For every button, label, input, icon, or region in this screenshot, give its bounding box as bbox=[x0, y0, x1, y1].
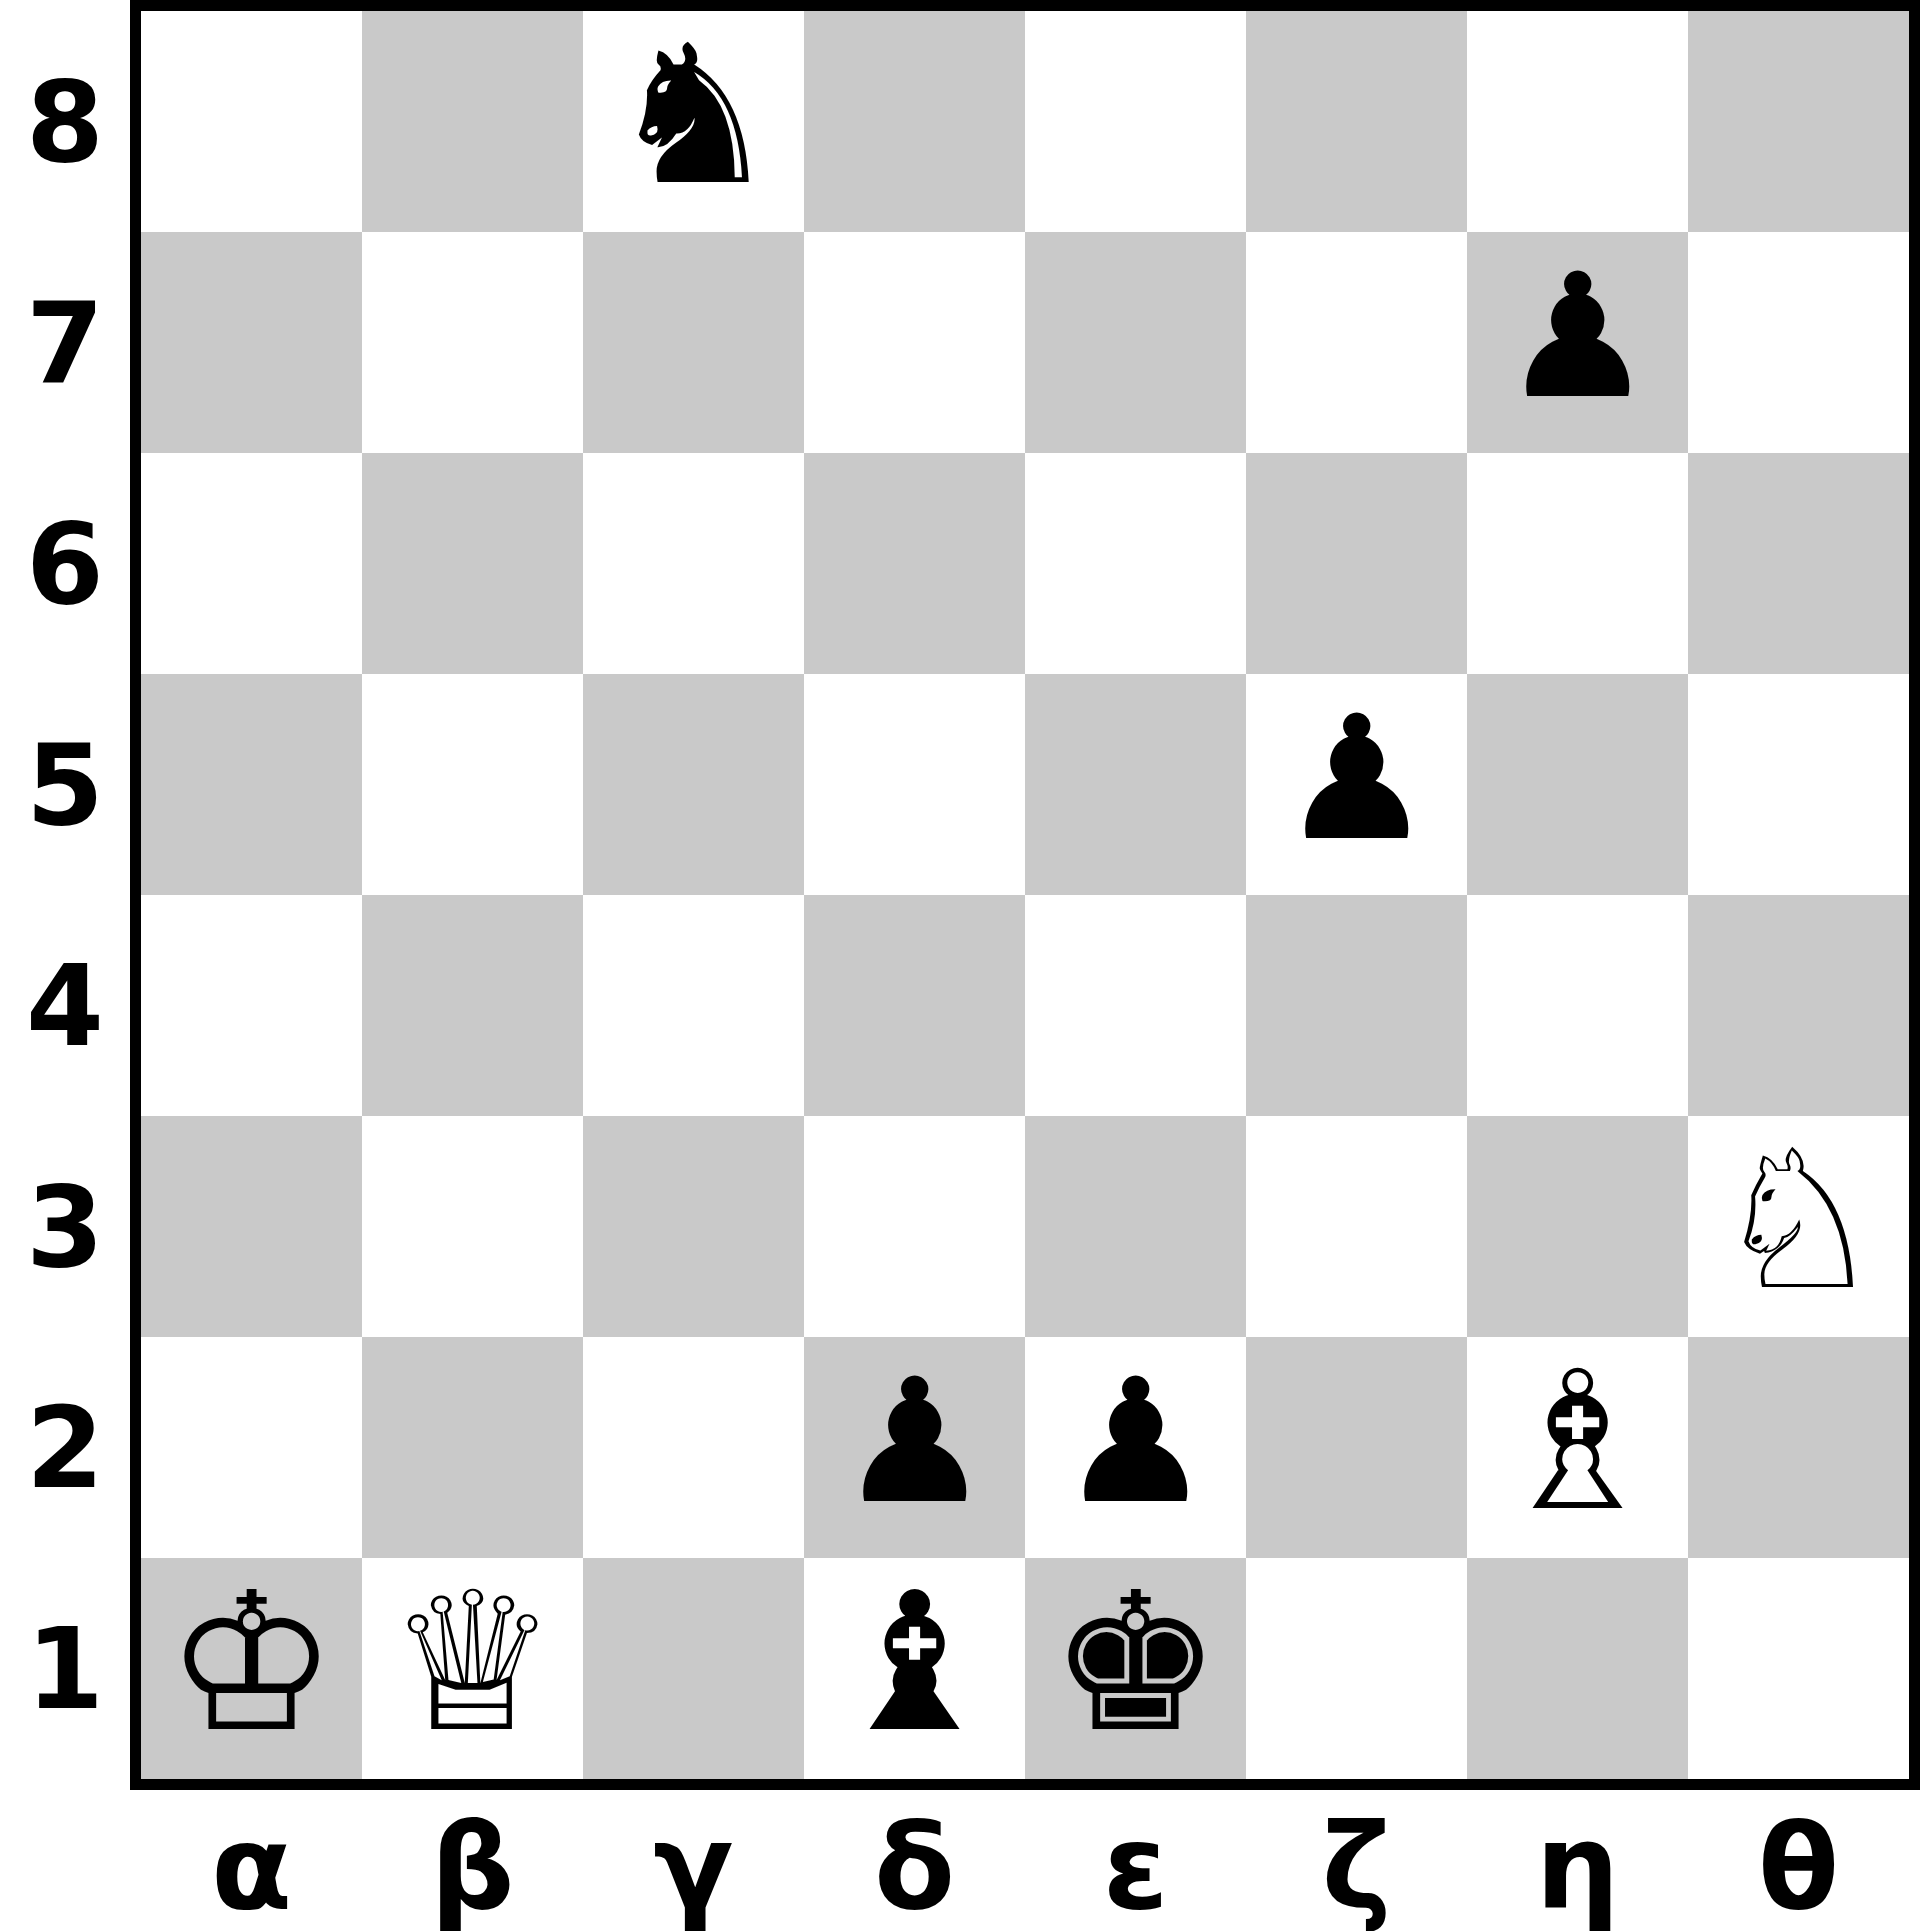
square-h7[interactable] bbox=[1688, 232, 1909, 453]
square-f5[interactable]: ♟ bbox=[1246, 674, 1467, 895]
square-a4[interactable] bbox=[141, 895, 362, 1116]
file-labels: αβγδεζηθ bbox=[141, 1790, 1909, 1931]
file-label-zeta: ζ bbox=[1246, 1790, 1467, 1931]
square-a1[interactable]: ♔ bbox=[141, 1558, 362, 1779]
square-b5[interactable] bbox=[362, 674, 583, 895]
rank-label-6: 6 bbox=[0, 453, 130, 674]
square-b2[interactable] bbox=[362, 1337, 583, 1558]
square-a6[interactable] bbox=[141, 453, 362, 674]
square-g1[interactable] bbox=[1467, 1558, 1688, 1779]
square-c3[interactable] bbox=[583, 1116, 804, 1337]
file-label-theta: θ bbox=[1688, 1790, 1909, 1931]
rank-label-3: 3 bbox=[0, 1116, 130, 1337]
square-h3[interactable]: ♘ bbox=[1688, 1116, 1909, 1337]
square-h4[interactable] bbox=[1688, 895, 1909, 1116]
chess-diagram: 87654321 ♞♟♟♘♟♟♗♔♕♝♚ αβγδεζηθ bbox=[0, 0, 1920, 1931]
white-knight[interactable]: ♘ bbox=[1712, 1125, 1884, 1317]
black-pawn[interactable]: ♟ bbox=[1279, 693, 1433, 865]
square-e2[interactable]: ♟ bbox=[1025, 1337, 1246, 1558]
square-h6[interactable] bbox=[1688, 453, 1909, 674]
white-queen[interactable]: ♕ bbox=[386, 1567, 558, 1759]
file-label-eta: η bbox=[1467, 1790, 1688, 1931]
square-f2[interactable] bbox=[1246, 1337, 1467, 1558]
square-b6[interactable] bbox=[362, 453, 583, 674]
square-h5[interactable] bbox=[1688, 674, 1909, 895]
black-pawn[interactable]: ♟ bbox=[837, 1356, 991, 1528]
rank-label-7: 7 bbox=[0, 232, 130, 453]
square-f4[interactable] bbox=[1246, 895, 1467, 1116]
square-h2[interactable] bbox=[1688, 1337, 1909, 1558]
file-label-beta: β bbox=[362, 1790, 583, 1931]
black-bishop[interactable]: ♝ bbox=[828, 1567, 1000, 1759]
file-label-delta: δ bbox=[804, 1790, 1025, 1931]
square-c7[interactable] bbox=[583, 232, 804, 453]
square-g3[interactable] bbox=[1467, 1116, 1688, 1337]
square-h8[interactable] bbox=[1688, 11, 1909, 232]
square-b4[interactable] bbox=[362, 895, 583, 1116]
square-g5[interactable] bbox=[1467, 674, 1688, 895]
square-c4[interactable] bbox=[583, 895, 804, 1116]
square-d6[interactable] bbox=[804, 453, 1025, 674]
black-king[interactable]: ♚ bbox=[1049, 1567, 1221, 1759]
square-e6[interactable] bbox=[1025, 453, 1246, 674]
square-c2[interactable] bbox=[583, 1337, 804, 1558]
square-e1[interactable]: ♚ bbox=[1025, 1558, 1246, 1779]
square-e3[interactable] bbox=[1025, 1116, 1246, 1337]
square-f8[interactable] bbox=[1246, 11, 1467, 232]
square-c1[interactable] bbox=[583, 1558, 804, 1779]
square-h1[interactable] bbox=[1688, 1558, 1909, 1779]
rank-labels: 87654321 bbox=[0, 11, 130, 1779]
square-a7[interactable] bbox=[141, 232, 362, 453]
rank-label-5: 5 bbox=[0, 674, 130, 895]
white-king[interactable]: ♔ bbox=[165, 1567, 337, 1759]
black-pawn[interactable]: ♟ bbox=[1058, 1356, 1212, 1528]
square-d8[interactable] bbox=[804, 11, 1025, 232]
white-bishop[interactable]: ♗ bbox=[1491, 1346, 1663, 1538]
square-f1[interactable] bbox=[1246, 1558, 1467, 1779]
square-b1[interactable]: ♕ bbox=[362, 1558, 583, 1779]
square-f3[interactable] bbox=[1246, 1116, 1467, 1337]
square-a5[interactable] bbox=[141, 674, 362, 895]
square-d5[interactable] bbox=[804, 674, 1025, 895]
square-d1[interactable]: ♝ bbox=[804, 1558, 1025, 1779]
square-g2[interactable]: ♗ bbox=[1467, 1337, 1688, 1558]
rank-label-1: 1 bbox=[0, 1558, 130, 1779]
file-label-epsilon: ε bbox=[1025, 1790, 1246, 1931]
square-g8[interactable] bbox=[1467, 11, 1688, 232]
square-f7[interactable] bbox=[1246, 232, 1467, 453]
square-e4[interactable] bbox=[1025, 895, 1246, 1116]
square-a2[interactable] bbox=[141, 1337, 362, 1558]
square-d7[interactable] bbox=[804, 232, 1025, 453]
rank-label-2: 2 bbox=[0, 1337, 130, 1558]
square-d2[interactable]: ♟ bbox=[804, 1337, 1025, 1558]
square-b8[interactable] bbox=[362, 11, 583, 232]
square-a8[interactable] bbox=[141, 11, 362, 232]
square-g6[interactable] bbox=[1467, 453, 1688, 674]
square-c6[interactable] bbox=[583, 453, 804, 674]
rank-label-8: 8 bbox=[0, 11, 130, 232]
chess-board: ♞♟♟♘♟♟♗♔♕♝♚ bbox=[130, 0, 1920, 1790]
square-e5[interactable] bbox=[1025, 674, 1246, 895]
rank-label-4: 4 bbox=[0, 895, 130, 1116]
square-d3[interactable] bbox=[804, 1116, 1025, 1337]
file-label-gamma: γ bbox=[583, 1790, 804, 1931]
square-d4[interactable] bbox=[804, 895, 1025, 1116]
square-b3[interactable] bbox=[362, 1116, 583, 1337]
square-c5[interactable] bbox=[583, 674, 804, 895]
square-g4[interactable] bbox=[1467, 895, 1688, 1116]
square-c8[interactable]: ♞ bbox=[583, 11, 804, 232]
square-g7[interactable]: ♟ bbox=[1467, 232, 1688, 453]
square-e7[interactable] bbox=[1025, 232, 1246, 453]
square-e8[interactable] bbox=[1025, 11, 1246, 232]
square-b7[interactable] bbox=[362, 232, 583, 453]
square-a3[interactable] bbox=[141, 1116, 362, 1337]
file-label-alpha: α bbox=[141, 1790, 362, 1931]
black-pawn[interactable]: ♟ bbox=[1500, 251, 1654, 423]
black-knight[interactable]: ♞ bbox=[607, 20, 779, 212]
square-f6[interactable] bbox=[1246, 453, 1467, 674]
